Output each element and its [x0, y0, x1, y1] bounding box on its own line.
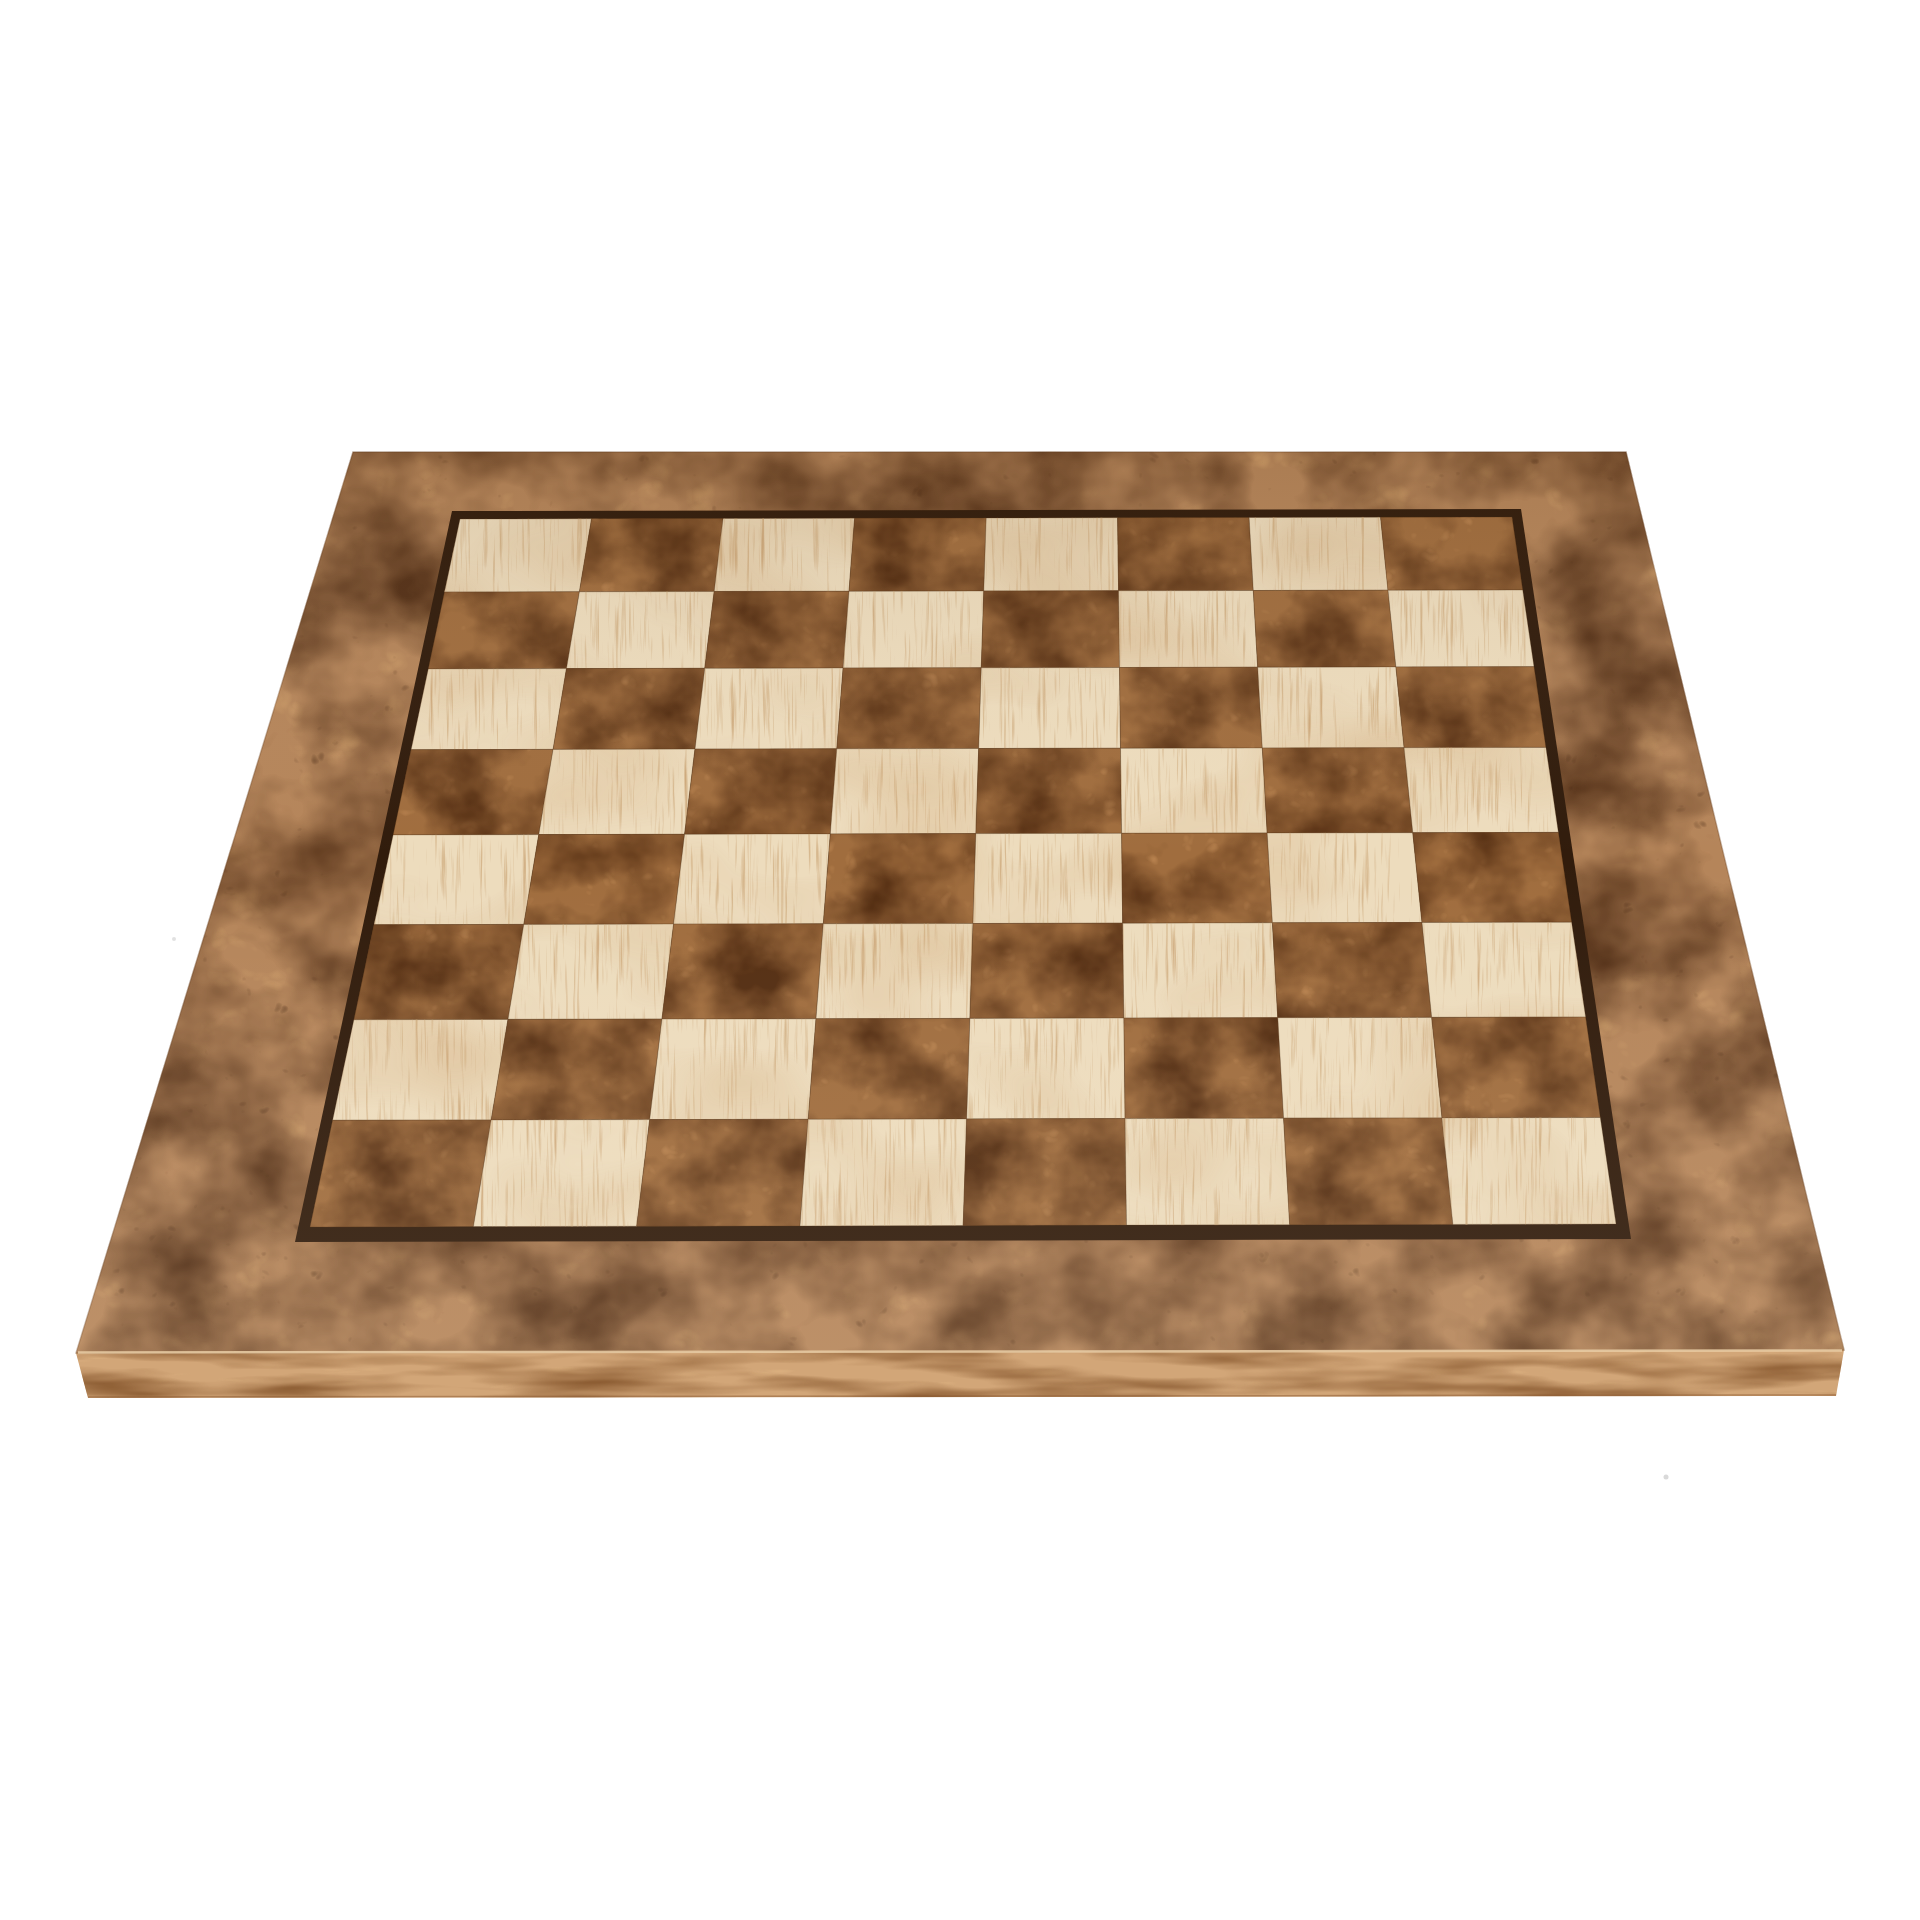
dust-speck — [172, 937, 176, 941]
board-front-edge — [76, 1350, 1844, 1398]
chessboard-svg — [0, 0, 1920, 1920]
lighting-sheen-overlay — [76, 452, 1844, 1353]
dust-speck — [1664, 1475, 1669, 1480]
product-photo-chessboard — [0, 0, 1920, 1920]
